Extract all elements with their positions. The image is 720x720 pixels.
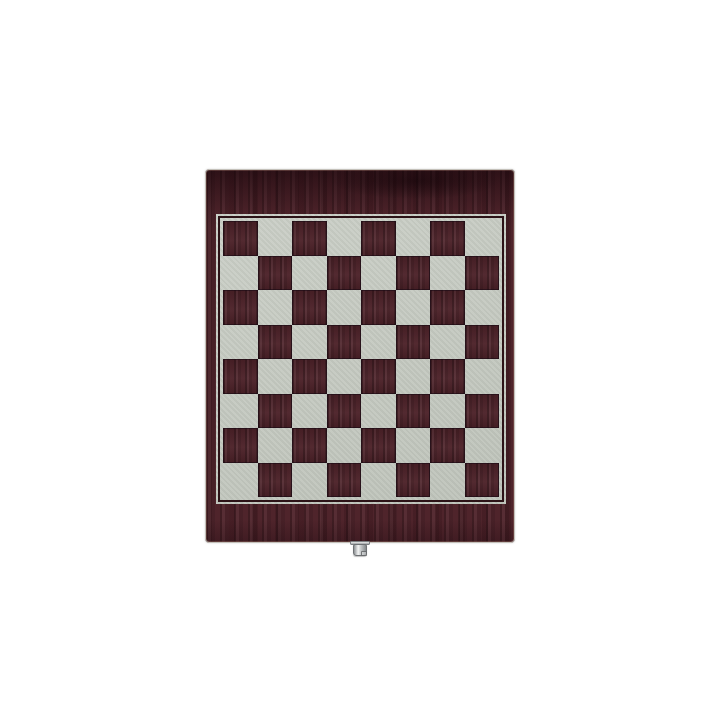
chess-board (223, 221, 499, 497)
square-c6 (292, 290, 327, 325)
square-c5 (292, 325, 327, 360)
square-f7 (396, 256, 431, 291)
square-c8 (292, 221, 327, 256)
square-d6 (327, 290, 362, 325)
wood-blemish (372, 178, 374, 182)
square-b1 (258, 463, 293, 498)
square-h7 (465, 256, 500, 291)
square-g1 (430, 463, 465, 498)
square-d8 (327, 221, 362, 256)
square-d5 (327, 325, 362, 360)
square-h1 (465, 463, 500, 498)
square-d3 (327, 394, 362, 429)
square-g7 (430, 256, 465, 291)
square-h3 (465, 394, 500, 429)
square-e2 (361, 428, 396, 463)
square-c2 (292, 428, 327, 463)
square-c7 (292, 256, 327, 291)
square-b4 (258, 359, 293, 394)
square-f2 (396, 428, 431, 463)
square-c4 (292, 359, 327, 394)
chessboard-plate (216, 214, 506, 504)
square-f6 (396, 290, 431, 325)
square-a3 (223, 394, 258, 429)
chess-box-lid (205, 169, 515, 543)
square-e4 (361, 359, 396, 394)
square-f5 (396, 325, 431, 360)
square-b2 (258, 428, 293, 463)
square-e8 (361, 221, 396, 256)
square-e3 (361, 394, 396, 429)
square-a6 (223, 290, 258, 325)
square-e7 (361, 256, 396, 291)
square-f3 (396, 394, 431, 429)
square-b3 (258, 394, 293, 429)
square-a2 (223, 428, 258, 463)
square-g2 (430, 428, 465, 463)
square-a1 (223, 463, 258, 498)
square-c3 (292, 394, 327, 429)
square-d1 (327, 463, 362, 498)
square-d4 (327, 359, 362, 394)
square-b7 (258, 256, 293, 291)
clasp-icon (350, 541, 370, 557)
square-h4 (465, 359, 500, 394)
square-e1 (361, 463, 396, 498)
square-e5 (361, 325, 396, 360)
square-d2 (327, 428, 362, 463)
photo-background (0, 0, 720, 720)
square-f4 (396, 359, 431, 394)
square-g8 (430, 221, 465, 256)
square-a4 (223, 359, 258, 394)
square-f1 (396, 463, 431, 498)
square-h5 (465, 325, 500, 360)
square-h2 (465, 428, 500, 463)
square-d7 (327, 256, 362, 291)
square-b6 (258, 290, 293, 325)
square-g6 (430, 290, 465, 325)
square-g5 (430, 325, 465, 360)
clasp-slot (361, 551, 367, 556)
square-b5 (258, 325, 293, 360)
square-a5 (223, 325, 258, 360)
square-a8 (223, 221, 258, 256)
square-h8 (465, 221, 500, 256)
square-h6 (465, 290, 500, 325)
square-g3 (430, 394, 465, 429)
square-b8 (258, 221, 293, 256)
square-c1 (292, 463, 327, 498)
square-a7 (223, 256, 258, 291)
square-e6 (361, 290, 396, 325)
square-f8 (396, 221, 431, 256)
square-g4 (430, 359, 465, 394)
clasp-knob (353, 544, 367, 556)
